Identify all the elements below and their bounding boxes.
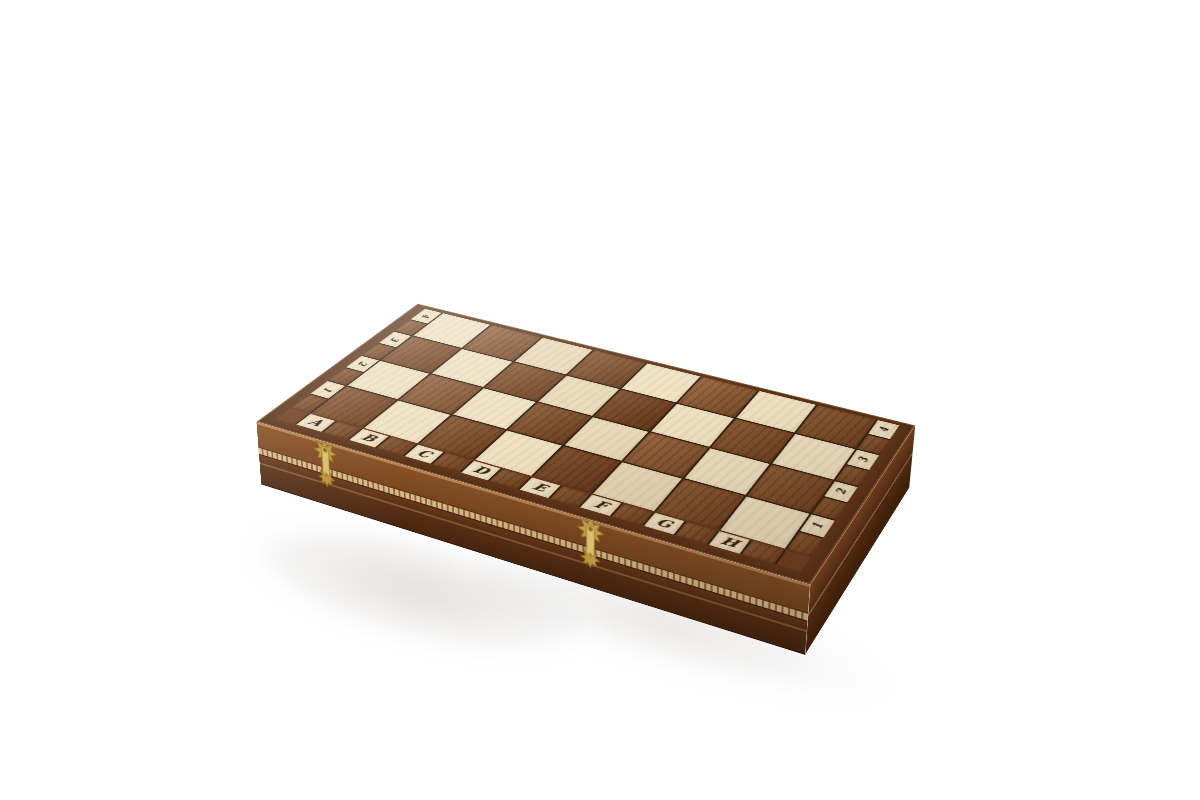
file-label-text: F: [591, 499, 610, 511]
file-label-text: D: [470, 465, 491, 477]
photo-scene: 4 3 2 1: [0, 0, 1200, 800]
file-label-text: A: [306, 418, 326, 428]
rank-label-text: 1: [321, 387, 335, 393]
brass-clasp-left-icon: [307, 432, 344, 497]
brass-clasp-right-icon: [571, 509, 611, 579]
rank-label-text: 3: [856, 456, 871, 463]
rank-label-text: 3: [389, 337, 402, 343]
chess-box-product-photo: 4 3 2 1: [0, 0, 1200, 800]
file-label-text: G: [653, 517, 674, 530]
file-label-text: E: [530, 482, 550, 494]
rank-label-text: 2: [833, 488, 848, 496]
file-label-text: C: [414, 449, 434, 460]
rank-label-text: 1: [809, 522, 825, 530]
file-label-text: B: [359, 433, 380, 444]
rank-label-text: 4: [420, 313, 433, 318]
rank-label-text: 2: [356, 361, 370, 367]
file-label-text: H: [718, 536, 741, 550]
rank-label-text: 4: [877, 426, 891, 433]
